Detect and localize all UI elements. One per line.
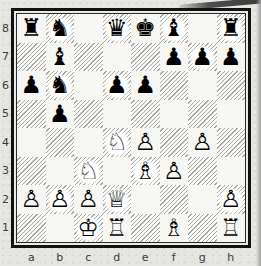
square-e4: ♙	[131, 128, 160, 157]
file-label-h: h	[217, 250, 246, 264]
black-pawn-piece: ♟	[46, 100, 75, 129]
rank-label-6: 6	[1, 71, 10, 100]
white-pawn-piece: ♙	[160, 157, 189, 186]
black-knight-piece: ♞	[46, 14, 75, 43]
square-b6: ♞	[46, 71, 75, 100]
square-h3	[217, 157, 246, 186]
square-c3: ♘	[74, 157, 103, 186]
board-inner-frame: ♜♞♛♚♝♜♝♟♟♟♟♞♟♟♟♘♙♙♘♗♙♙♙♙♕♙♔♖♗♖	[16, 13, 246, 243]
white-bishop-piece: ♗	[160, 214, 189, 243]
white-king-piece: ♔	[74, 214, 103, 243]
square-a4	[17, 128, 46, 157]
square-h5	[217, 100, 246, 129]
square-f1: ♗	[160, 214, 189, 243]
rank-label-3: 3	[1, 157, 10, 186]
black-bishop-piece: ♝	[160, 14, 189, 43]
black-pawn-piece: ♟	[188, 43, 217, 72]
white-rook-piece: ♖	[103, 214, 132, 243]
square-g1	[188, 214, 217, 243]
black-pawn-piece: ♟	[131, 71, 160, 100]
square-h1: ♖	[217, 214, 246, 243]
square-e7	[131, 43, 160, 72]
black-rook-piece: ♜	[217, 14, 246, 43]
white-pawn-piece: ♙	[46, 185, 75, 214]
square-g7: ♟	[188, 43, 217, 72]
square-h6	[217, 71, 246, 100]
square-b4	[46, 128, 75, 157]
white-bishop-piece: ♗	[131, 157, 160, 186]
square-g3	[188, 157, 217, 186]
white-pawn-piece: ♙	[217, 185, 246, 214]
square-f2	[160, 185, 189, 214]
square-c5	[74, 100, 103, 129]
square-h7: ♟	[217, 43, 246, 72]
rank-labels: 87654321	[1, 14, 10, 242]
black-bishop-piece: ♝	[46, 43, 75, 72]
rank-label-7: 7	[1, 43, 10, 72]
black-pawn-piece: ♟	[17, 71, 46, 100]
rank-label-4: 4	[1, 128, 10, 157]
file-label-a: a	[17, 250, 46, 264]
square-b8: ♞	[46, 14, 75, 43]
rank-label-2: 2	[1, 185, 10, 214]
square-g5	[188, 100, 217, 129]
black-pawn-piece: ♟	[103, 71, 132, 100]
square-e5	[131, 100, 160, 129]
square-e8: ♚	[131, 14, 160, 43]
rank-label-5: 5	[1, 100, 10, 129]
square-a2: ♙	[17, 185, 46, 214]
square-c7	[74, 43, 103, 72]
white-pawn-piece: ♙	[188, 128, 217, 157]
square-b7: ♝	[46, 43, 75, 72]
file-label-e: e	[131, 250, 160, 264]
square-f7: ♟	[160, 43, 189, 72]
square-e3: ♗	[131, 157, 160, 186]
square-b2: ♙	[46, 185, 75, 214]
square-e1	[131, 214, 160, 243]
square-f8: ♝	[160, 14, 189, 43]
file-label-f: f	[160, 250, 189, 264]
square-a3	[17, 157, 46, 186]
square-d2: ♕	[103, 185, 132, 214]
right-edge-shadow	[256, 0, 261, 266]
black-rook-piece: ♜	[17, 14, 46, 43]
white-pawn-piece: ♙	[74, 185, 103, 214]
square-d4: ♘	[103, 128, 132, 157]
white-pawn-piece: ♙	[17, 185, 46, 214]
square-g8	[188, 14, 217, 43]
square-c8	[74, 14, 103, 43]
square-a7	[17, 43, 46, 72]
file-label-c: c	[74, 250, 103, 264]
square-c2: ♙	[74, 185, 103, 214]
square-a1	[17, 214, 46, 243]
square-d8: ♛	[103, 14, 132, 43]
black-pawn-piece: ♟	[217, 43, 246, 72]
square-b5: ♟	[46, 100, 75, 129]
square-f6	[160, 71, 189, 100]
scanned-diagram-page: 87654321 ♜♞♛♚♝♜♝♟♟♟♟♞♟♟♟♘♙♙♘♗♙♙♙♙♕♙♔♖♗♖ …	[0, 0, 261, 266]
square-c4	[74, 128, 103, 157]
square-a6: ♟	[17, 71, 46, 100]
square-e2	[131, 185, 160, 214]
square-a5	[17, 100, 46, 129]
square-b3	[46, 157, 75, 186]
square-h4	[217, 128, 246, 157]
square-b1	[46, 214, 75, 243]
black-king-piece: ♚	[131, 14, 160, 43]
file-label-g: g	[188, 250, 217, 264]
square-d6: ♟	[103, 71, 132, 100]
square-f3: ♙	[160, 157, 189, 186]
square-f5	[160, 100, 189, 129]
white-pawn-piece: ♙	[131, 128, 160, 157]
square-d1: ♖	[103, 214, 132, 243]
white-rook-piece: ♖	[217, 214, 246, 243]
file-labels: abcdefgh	[17, 250, 245, 264]
square-h2: ♙	[217, 185, 246, 214]
white-queen-piece: ♕	[103, 185, 132, 214]
square-c1: ♔	[74, 214, 103, 243]
square-h8: ♜	[217, 14, 246, 43]
square-g6	[188, 71, 217, 100]
white-knight-piece: ♘	[74, 157, 103, 186]
board-grid: ♜♞♛♚♝♜♝♟♟♟♟♞♟♟♟♘♙♙♘♗♙♙♙♙♕♙♔♖♗♖	[17, 14, 245, 242]
black-knight-piece: ♞	[46, 71, 75, 100]
square-d7	[103, 43, 132, 72]
rank-label-8: 8	[1, 14, 10, 43]
square-a8: ♜	[17, 14, 46, 43]
square-g4: ♙	[188, 128, 217, 157]
square-c6	[74, 71, 103, 100]
black-pawn-piece: ♟	[160, 43, 189, 72]
square-e6: ♟	[131, 71, 160, 100]
file-label-d: d	[103, 250, 132, 264]
square-g2	[188, 185, 217, 214]
square-f4	[160, 128, 189, 157]
chess-board: ♜♞♛♚♝♜♝♟♟♟♟♞♟♟♟♘♙♙♘♗♙♙♙♙♕♙♔♖♗♖	[11, 8, 251, 248]
rank-label-1: 1	[1, 214, 10, 243]
file-label-b: b	[46, 250, 75, 264]
white-knight-piece: ♘	[103, 128, 132, 157]
black-queen-piece: ♛	[103, 14, 132, 43]
square-d5	[103, 100, 132, 129]
square-d3	[103, 157, 132, 186]
